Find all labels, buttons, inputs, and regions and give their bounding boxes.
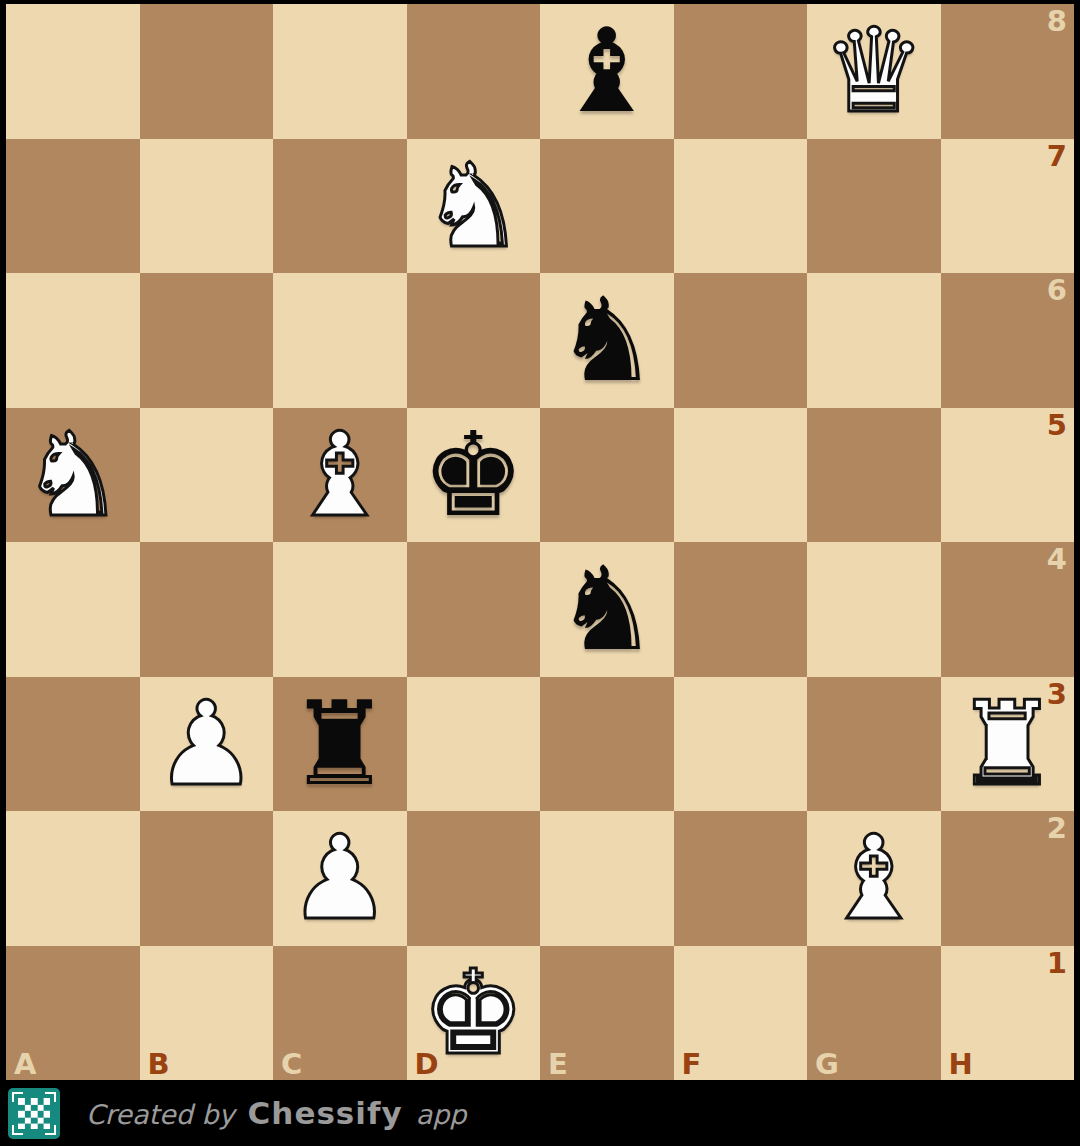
square-c8 <box>273 4 407 139</box>
piece-white-bishop-g2: ♝ <box>807 811 941 946</box>
file-label-a: A <box>14 1050 36 1079</box>
square-a5: ♞ <box>6 408 140 543</box>
square-f3 <box>674 677 808 812</box>
square-e6: ♞ <box>540 273 674 408</box>
square-e8: ♝ <box>540 4 674 139</box>
footer-text: Created by Chessify app <box>86 1095 466 1131</box>
chess-board: ♝♛8♞7♞6♞♝♚5♞4♟♜3♜♟♝2ABCD♚EFG1H <box>6 4 1074 1080</box>
square-f8 <box>674 4 808 139</box>
square-e1: E <box>540 946 674 1081</box>
piece-white-knight-a5: ♞ <box>6 408 140 543</box>
square-e5 <box>540 408 674 543</box>
square-f4 <box>674 542 808 677</box>
square-d7: ♞ <box>407 139 541 274</box>
footer-brand: Chessify <box>248 1095 403 1131</box>
square-b3: ♟ <box>140 677 274 812</box>
square-d6 <box>407 273 541 408</box>
square-b1: B <box>140 946 274 1081</box>
square-b5 <box>140 408 274 543</box>
square-f5 <box>674 408 808 543</box>
square-b7 <box>140 139 274 274</box>
footer: Created by Chessify app <box>0 1080 1080 1146</box>
file-label-f: F <box>682 1050 702 1079</box>
piece-white-queen-g8: ♛ <box>807 4 941 139</box>
logo-corner-bracket <box>12 1092 23 1102</box>
square-h6: 6 <box>941 273 1075 408</box>
square-a2 <box>6 811 140 946</box>
rank-label-7: 7 <box>1047 142 1067 171</box>
square-f2 <box>674 811 808 946</box>
piece-black-knight-e6: ♞ <box>540 273 674 408</box>
square-b8 <box>140 4 274 139</box>
rank-label-8: 8 <box>1047 7 1067 36</box>
square-g6 <box>807 273 941 408</box>
square-a7 <box>6 139 140 274</box>
square-c3: ♜ <box>273 677 407 812</box>
square-e3 <box>540 677 674 812</box>
square-d5: ♚ <box>407 408 541 543</box>
square-a6 <box>6 273 140 408</box>
square-e7 <box>540 139 674 274</box>
square-g4 <box>807 542 941 677</box>
square-b4 <box>140 542 274 677</box>
square-d2 <box>407 811 541 946</box>
square-g8: ♛ <box>807 4 941 139</box>
square-d3 <box>407 677 541 812</box>
square-d1: D♚ <box>407 946 541 1081</box>
square-h7: 7 <box>941 139 1075 274</box>
chessify-logo-icon <box>8 1088 60 1139</box>
piece-white-pawn-b3: ♟ <box>140 677 274 812</box>
square-g5 <box>807 408 941 543</box>
square-a8 <box>6 4 140 139</box>
board-frame: ♝♛8♞7♞6♞♝♚5♞4♟♜3♜♟♝2ABCD♚EFG1H <box>0 0 1080 1080</box>
piece-black-king-d5: ♚ <box>407 408 541 543</box>
piece-white-rook-h3: ♜ <box>941 677 1075 812</box>
square-h3: 3♜ <box>941 677 1075 812</box>
file-label-c: C <box>281 1050 302 1079</box>
file-label-b: B <box>148 1050 170 1079</box>
footer-app: app <box>416 1099 467 1130</box>
square-f1: F <box>674 946 808 1081</box>
square-c2: ♟ <box>273 811 407 946</box>
square-g7 <box>807 139 941 274</box>
file-label-g: G <box>815 1050 839 1079</box>
square-g2: ♝ <box>807 811 941 946</box>
square-h8: 8 <box>941 4 1075 139</box>
square-d8 <box>407 4 541 139</box>
logo-corner-bracket <box>12 1125 23 1135</box>
square-c1: C <box>273 946 407 1081</box>
square-g1: G <box>807 946 941 1081</box>
rank-label-5: 5 <box>1047 411 1067 440</box>
square-h1: 1H <box>941 946 1075 1081</box>
piece-black-knight-e4: ♞ <box>540 542 674 677</box>
square-a3 <box>6 677 140 812</box>
square-d4 <box>407 542 541 677</box>
square-c4 <box>273 542 407 677</box>
square-h2: 2 <box>941 811 1075 946</box>
file-label-e: E <box>548 1050 568 1079</box>
logo-corner-bracket <box>45 1092 56 1102</box>
rank-label-1: 1 <box>1047 949 1067 978</box>
rank-label-6: 6 <box>1047 276 1067 305</box>
square-c5: ♝ <box>273 408 407 543</box>
rank-label-4: 4 <box>1047 545 1067 574</box>
square-h4: 4 <box>941 542 1075 677</box>
rank-label-2: 2 <box>1047 814 1067 843</box>
piece-white-king-d1: ♚ <box>407 946 541 1081</box>
footer-created-by: Created by <box>86 1099 235 1130</box>
square-g3 <box>807 677 941 812</box>
file-label-h: H <box>949 1050 973 1079</box>
square-h5: 5 <box>941 408 1075 543</box>
square-a1: A <box>6 946 140 1081</box>
square-c7 <box>273 139 407 274</box>
square-f7 <box>674 139 808 274</box>
square-c6 <box>273 273 407 408</box>
square-b2 <box>140 811 274 946</box>
square-a4 <box>6 542 140 677</box>
square-f6 <box>674 273 808 408</box>
square-e4: ♞ <box>540 542 674 677</box>
logo-corner-bracket <box>45 1125 56 1135</box>
piece-black-rook-c3: ♜ <box>273 677 407 812</box>
piece-black-bishop-e8: ♝ <box>540 4 674 139</box>
piece-white-pawn-c2: ♟ <box>273 811 407 946</box>
piece-white-knight-d7: ♞ <box>407 139 541 274</box>
piece-white-bishop-c5: ♝ <box>273 408 407 543</box>
square-b6 <box>140 273 274 408</box>
square-e2 <box>540 811 674 946</box>
